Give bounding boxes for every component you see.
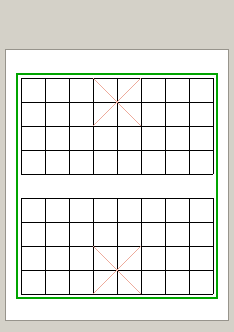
pieces-layer [9,66,225,306]
file-numbers-bottom [9,305,225,320]
xiangqi-board-panel [5,49,229,321]
xiangqi-board[interactable] [9,66,225,306]
file-numbers-top [9,51,225,66]
